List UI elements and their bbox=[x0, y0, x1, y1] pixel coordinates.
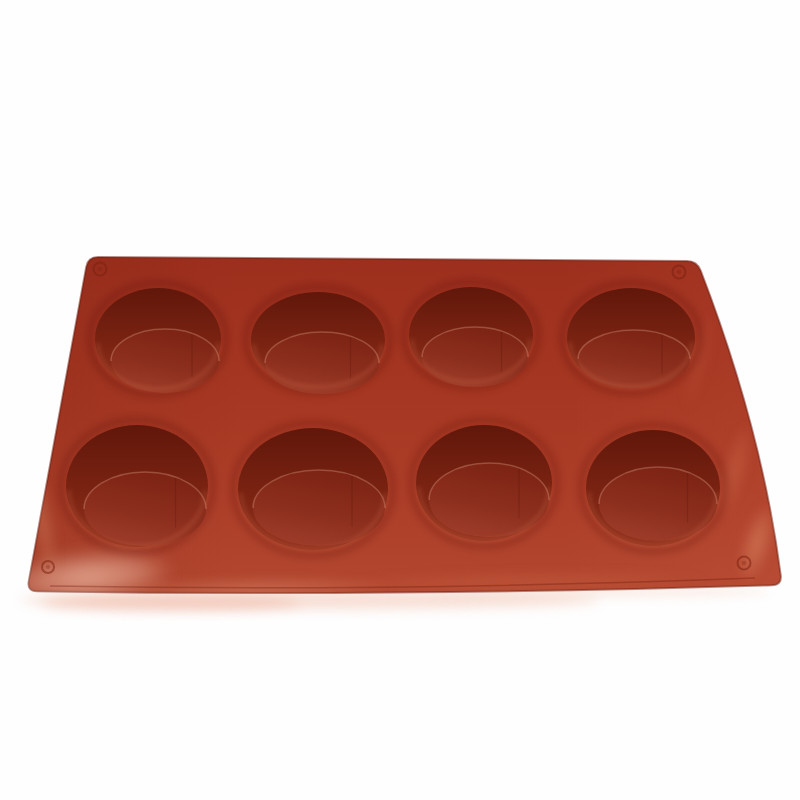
mold-cavity-7 bbox=[411, 420, 557, 546]
mold-cavity-4 bbox=[562, 283, 700, 393]
mold-cavity-6 bbox=[233, 423, 393, 555]
mold-cavity-3 bbox=[404, 282, 538, 388]
mold-cavity-5 bbox=[61, 420, 213, 552]
silicone-mold-image bbox=[0, 0, 800, 800]
reflection-streak bbox=[40, 595, 300, 611]
mold-cavity-1 bbox=[90, 283, 226, 395]
mold-cavity-2 bbox=[246, 287, 390, 394]
mold-cavity-8 bbox=[581, 425, 725, 551]
product-photo bbox=[0, 0, 800, 800]
